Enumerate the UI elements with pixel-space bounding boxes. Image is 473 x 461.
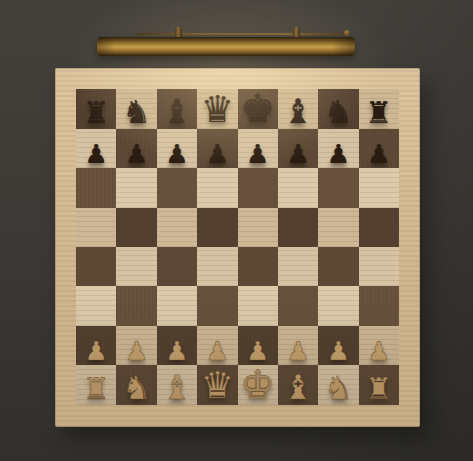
black-pawn: ♟ (85, 141, 108, 168)
chessboard: ♜♞♝♛♚♝♞♜♟♟♟♟♟♟♟♟♟♟♟♟♟♟♟♟♜♞♝♛♚♝♞♜ (76, 89, 399, 405)
square-e5[interactable] (238, 208, 278, 247)
white-king: ♚ (240, 365, 275, 405)
square-d1[interactable]: ♛ (197, 365, 237, 405)
square-d4[interactable] (197, 247, 237, 286)
black-pawn: ♟ (286, 141, 309, 168)
white-pawn: ♟ (286, 338, 309, 365)
white-knight: ♞ (324, 372, 353, 405)
white-pawn: ♟ (206, 338, 229, 365)
black-king: ♚ (240, 89, 275, 129)
square-c1[interactable]: ♝ (157, 365, 197, 405)
square-g1[interactable]: ♞ (318, 365, 358, 405)
square-d2[interactable]: ♟ (197, 326, 237, 365)
white-pawn: ♟ (125, 338, 148, 365)
black-pawn: ♟ (165, 141, 188, 168)
square-d5[interactable] (197, 208, 237, 247)
square-c6[interactable] (157, 168, 197, 207)
chessboard-frame: ♜♞♝♛♚♝♞♜♟♟♟♟♟♟♟♟♟♟♟♟♟♟♟♟♜♞♝♛♚♝♞♜ (55, 68, 420, 427)
white-pawn: ♟ (246, 338, 269, 365)
square-h5[interactable] (359, 208, 399, 247)
white-pawn: ♟ (367, 338, 390, 365)
white-pawn: ♟ (85, 338, 108, 365)
picture-light-finial (344, 30, 350, 36)
square-d3[interactable] (197, 286, 237, 325)
black-pawn: ♟ (327, 141, 350, 168)
square-h8[interactable]: ♜ (359, 89, 399, 129)
square-f4[interactable] (278, 247, 318, 286)
square-e2[interactable]: ♟ (238, 326, 278, 365)
square-b8[interactable]: ♞ (116, 89, 156, 129)
square-d6[interactable] (197, 168, 237, 207)
picture-light (0, 0, 473, 70)
square-c8[interactable]: ♝ (157, 89, 197, 129)
square-c4[interactable] (157, 247, 197, 286)
square-a5[interactable] (76, 208, 116, 247)
black-rook: ♜ (365, 98, 392, 129)
square-h2[interactable]: ♟ (359, 326, 399, 365)
square-g2[interactable]: ♟ (318, 326, 358, 365)
black-bishop: ♝ (162, 94, 192, 129)
square-g8[interactable]: ♞ (318, 89, 358, 129)
square-f6[interactable] (278, 168, 318, 207)
white-bishop: ♝ (283, 370, 313, 405)
square-e1[interactable]: ♚ (238, 365, 278, 405)
picture-light-shade (97, 37, 355, 56)
white-pawn: ♟ (165, 338, 188, 365)
black-knight: ♞ (122, 96, 151, 129)
square-f1[interactable]: ♝ (278, 365, 318, 405)
picture-light-rod (136, 33, 346, 35)
square-b3[interactable] (116, 286, 156, 325)
square-f5[interactable] (278, 208, 318, 247)
square-b4[interactable] (116, 247, 156, 286)
square-h1[interactable]: ♜ (359, 365, 399, 405)
white-queen: ♛ (201, 367, 234, 405)
square-e4[interactable] (238, 247, 278, 286)
square-h4[interactable] (359, 247, 399, 286)
square-b7[interactable]: ♟ (116, 129, 156, 168)
square-h7[interactable]: ♟ (359, 129, 399, 168)
black-bishop: ♝ (283, 94, 313, 129)
square-e8[interactable]: ♚ (238, 89, 278, 129)
square-d8[interactable]: ♛ (197, 89, 237, 129)
square-f3[interactable] (278, 286, 318, 325)
square-g4[interactable] (318, 247, 358, 286)
square-b2[interactable]: ♟ (116, 326, 156, 365)
square-h6[interactable] (359, 168, 399, 207)
wall-background: ♜♞♝♛♚♝♞♜♟♟♟♟♟♟♟♟♟♟♟♟♟♟♟♟♜♞♝♛♚♝♞♜ (0, 0, 473, 461)
square-c5[interactable] (157, 208, 197, 247)
square-f7[interactable]: ♟ (278, 129, 318, 168)
square-e6[interactable] (238, 168, 278, 207)
square-a7[interactable]: ♟ (76, 129, 116, 168)
square-a2[interactable]: ♟ (76, 326, 116, 365)
white-bishop: ♝ (162, 370, 192, 405)
square-c7[interactable]: ♟ (157, 129, 197, 168)
black-queen: ♛ (201, 91, 234, 129)
black-pawn: ♟ (367, 141, 390, 168)
black-pawn: ♟ (246, 141, 269, 168)
white-rook: ♜ (365, 374, 392, 405)
square-g5[interactable] (318, 208, 358, 247)
square-c3[interactable] (157, 286, 197, 325)
white-rook: ♜ (83, 374, 110, 405)
black-pawn: ♟ (125, 141, 148, 168)
square-a8[interactable]: ♜ (76, 89, 116, 129)
white-pawn: ♟ (327, 338, 350, 365)
square-b5[interactable] (116, 208, 156, 247)
square-d7[interactable]: ♟ (197, 129, 237, 168)
square-b1[interactable]: ♞ (116, 365, 156, 405)
square-a4[interactable] (76, 247, 116, 286)
square-g7[interactable]: ♟ (318, 129, 358, 168)
square-h3[interactable] (359, 286, 399, 325)
square-f8[interactable]: ♝ (278, 89, 318, 129)
square-f2[interactable]: ♟ (278, 326, 318, 365)
square-a1[interactable]: ♜ (76, 365, 116, 405)
square-g6[interactable] (318, 168, 358, 207)
square-a6[interactable] (76, 168, 116, 207)
square-g3[interactable] (318, 286, 358, 325)
black-pawn: ♟ (206, 141, 229, 168)
black-rook: ♜ (83, 98, 110, 129)
square-b6[interactable] (116, 168, 156, 207)
square-e3[interactable] (238, 286, 278, 325)
white-knight: ♞ (122, 372, 151, 405)
black-knight: ♞ (324, 96, 353, 129)
square-a3[interactable] (76, 286, 116, 325)
square-c2[interactable]: ♟ (157, 326, 197, 365)
square-e7[interactable]: ♟ (238, 129, 278, 168)
